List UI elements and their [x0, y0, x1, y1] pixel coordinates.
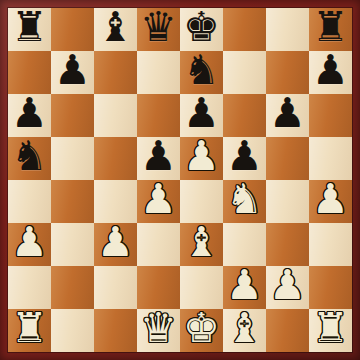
square-a4[interactable] — [8, 180, 51, 223]
square-d4[interactable]: ♟ — [137, 180, 180, 223]
square-c8[interactable]: ♝ — [94, 8, 137, 51]
square-a2[interactable] — [8, 266, 51, 309]
square-h1[interactable]: ♜ — [309, 309, 352, 352]
square-a1[interactable]: ♜ — [8, 309, 51, 352]
square-b7[interactable]: ♟ — [51, 51, 94, 94]
square-b3[interactable] — [51, 223, 94, 266]
square-h7[interactable]: ♟ — [309, 51, 352, 94]
square-g6[interactable]: ♟ — [266, 94, 309, 137]
black-knight-a5: ♞ — [11, 136, 48, 177]
white-pawn-c3: ♟ — [97, 222, 134, 263]
square-a6[interactable]: ♟ — [8, 94, 51, 137]
square-g3[interactable] — [266, 223, 309, 266]
square-g5[interactable] — [266, 137, 309, 180]
black-pawn-g6: ♟ — [269, 93, 306, 134]
square-h3[interactable] — [309, 223, 352, 266]
square-e5[interactable]: ♟ — [180, 137, 223, 180]
square-e8[interactable]: ♚ — [180, 8, 223, 51]
white-king-e1: ♚ — [183, 308, 220, 349]
chess-board: ♜♝♛♚♜♟♞♟♟♟♟♞♟♟♟♟♞♟♟♟♝♟♟♜♛♚♝♜ — [7, 7, 353, 353]
square-h6[interactable] — [309, 94, 352, 137]
square-g4[interactable] — [266, 180, 309, 223]
square-b6[interactable] — [51, 94, 94, 137]
square-c2[interactable] — [94, 266, 137, 309]
square-a3[interactable]: ♟ — [8, 223, 51, 266]
square-e2[interactable] — [180, 266, 223, 309]
black-rook-h8: ♜ — [312, 7, 349, 48]
square-d5[interactable]: ♟ — [137, 137, 180, 180]
white-pawn-d4: ♟ — [140, 179, 177, 220]
square-d2[interactable] — [137, 266, 180, 309]
square-e6[interactable]: ♟ — [180, 94, 223, 137]
square-f8[interactable] — [223, 8, 266, 51]
square-e7[interactable]: ♞ — [180, 51, 223, 94]
square-f3[interactable] — [223, 223, 266, 266]
square-d8[interactable]: ♛ — [137, 8, 180, 51]
white-bishop-f1: ♝ — [226, 308, 263, 349]
black-pawn-h7: ♟ — [312, 50, 349, 91]
square-a5[interactable]: ♞ — [8, 137, 51, 180]
black-pawn-b7: ♟ — [54, 50, 91, 91]
black-rook-a8: ♜ — [11, 7, 48, 48]
square-b1[interactable] — [51, 309, 94, 352]
square-e3[interactable]: ♝ — [180, 223, 223, 266]
square-g2[interactable]: ♟ — [266, 266, 309, 309]
white-knight-f4: ♞ — [226, 179, 263, 220]
square-f7[interactable] — [223, 51, 266, 94]
white-pawn-g2: ♟ — [269, 265, 306, 306]
square-d3[interactable] — [137, 223, 180, 266]
square-a8[interactable]: ♜ — [8, 8, 51, 51]
white-rook-a1: ♜ — [11, 308, 48, 349]
black-bishop-c8: ♝ — [97, 7, 134, 48]
square-c3[interactable]: ♟ — [94, 223, 137, 266]
square-h4[interactable]: ♟ — [309, 180, 352, 223]
black-king-e8: ♚ — [183, 7, 220, 48]
square-b4[interactable] — [51, 180, 94, 223]
white-pawn-f2: ♟ — [226, 265, 263, 306]
square-d1[interactable]: ♛ — [137, 309, 180, 352]
square-c4[interactable] — [94, 180, 137, 223]
square-c6[interactable] — [94, 94, 137, 137]
white-bishop-e3: ♝ — [183, 222, 220, 263]
black-pawn-e6: ♟ — [183, 93, 220, 134]
white-pawn-a3: ♟ — [11, 222, 48, 263]
black-pawn-d5: ♟ — [140, 136, 177, 177]
square-h8[interactable]: ♜ — [309, 8, 352, 51]
square-a7[interactable] — [8, 51, 51, 94]
square-h2[interactable] — [309, 266, 352, 309]
board-frame: ♜♝♛♚♜♟♞♟♟♟♟♞♟♟♟♟♞♟♟♟♝♟♟♜♛♚♝♜ — [0, 0, 360, 360]
square-c7[interactable] — [94, 51, 137, 94]
square-f1[interactable]: ♝ — [223, 309, 266, 352]
black-pawn-a6: ♟ — [11, 93, 48, 134]
white-pawn-e5: ♟ — [183, 136, 220, 177]
square-e4[interactable] — [180, 180, 223, 223]
white-queen-d1: ♛ — [140, 308, 177, 349]
square-e1[interactable]: ♚ — [180, 309, 223, 352]
square-g1[interactable] — [266, 309, 309, 352]
square-g8[interactable] — [266, 8, 309, 51]
square-f6[interactable] — [223, 94, 266, 137]
black-knight-e7: ♞ — [183, 50, 220, 91]
square-f4[interactable]: ♞ — [223, 180, 266, 223]
square-h5[interactable] — [309, 137, 352, 180]
square-c5[interactable] — [94, 137, 137, 180]
square-d7[interactable] — [137, 51, 180, 94]
square-d6[interactable] — [137, 94, 180, 137]
black-pawn-f5: ♟ — [226, 136, 263, 177]
white-pawn-h4: ♟ — [312, 179, 349, 220]
square-b2[interactable] — [51, 266, 94, 309]
square-b5[interactable] — [51, 137, 94, 180]
square-f5[interactable]: ♟ — [223, 137, 266, 180]
square-f2[interactable]: ♟ — [223, 266, 266, 309]
white-rook-h1: ♜ — [312, 308, 349, 349]
square-c1[interactable] — [94, 309, 137, 352]
square-g7[interactable] — [266, 51, 309, 94]
square-b8[interactable] — [51, 8, 94, 51]
black-queen-d8: ♛ — [140, 7, 177, 48]
